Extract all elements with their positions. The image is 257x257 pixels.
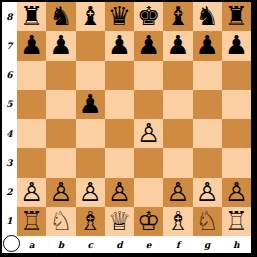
square-a7[interactable]: ♟ (17, 31, 46, 60)
square-g1[interactable]: ♘ (193, 207, 222, 236)
square-d5[interactable] (105, 90, 134, 119)
square-c1[interactable]: ♗ (76, 207, 105, 236)
square-a3[interactable] (17, 148, 46, 177)
square-a2[interactable]: ♙ (17, 178, 46, 207)
piece-black-pawn: ♟ (108, 31, 131, 60)
piece-black-pawn: ♟ (195, 31, 218, 60)
square-e2[interactable] (134, 178, 163, 207)
square-f6[interactable] (163, 61, 192, 90)
rank-label-2: 2 (2, 178, 17, 207)
square-g7[interactable]: ♟ (193, 31, 222, 60)
piece-black-king: ♚ (137, 2, 160, 31)
piece-black-pawn: ♟ (49, 31, 72, 60)
piece-black-pawn: ♟ (78, 90, 101, 119)
piece-black-rook: ♜ (225, 2, 248, 31)
square-d1[interactable]: ♕ (105, 207, 134, 236)
file-label-a: a (17, 236, 46, 253)
square-b1[interactable]: ♘ (46, 207, 75, 236)
square-h4[interactable] (222, 119, 251, 148)
rank-label-8: 8 (2, 2, 17, 31)
square-c7[interactable] (76, 31, 105, 60)
piece-black-pawn: ♟ (20, 31, 43, 60)
chess-board: 8♜♞♝♛♚♝♞♜7♟♟♟♟♟♟♟65♟4♙32♙♙♙♙♙♙♙1♖♘♗♕♔♗♘♖… (2, 2, 251, 253)
square-b7[interactable]: ♟ (46, 31, 75, 60)
piece-white-king: ♔ (137, 207, 160, 236)
piece-white-pawn: ♙ (137, 119, 160, 148)
square-b5[interactable] (46, 90, 75, 119)
square-h6[interactable] (222, 61, 251, 90)
square-g4[interactable] (193, 119, 222, 148)
square-f8[interactable]: ♝ (163, 2, 192, 31)
piece-white-rook: ♖ (20, 207, 43, 236)
piece-white-pawn: ♙ (108, 178, 131, 207)
square-d7[interactable]: ♟ (105, 31, 134, 60)
square-e6[interactable] (134, 61, 163, 90)
file-label-h: h (222, 236, 251, 253)
square-b4[interactable] (46, 119, 75, 148)
piece-black-queen: ♛ (108, 2, 131, 31)
square-h8[interactable]: ♜ (222, 2, 251, 31)
file-label-f: f (163, 236, 192, 253)
piece-white-rook: ♖ (225, 207, 248, 236)
rank-label-5: 5 (2, 90, 17, 119)
square-h3[interactable] (222, 148, 251, 177)
square-h1[interactable]: ♖ (222, 207, 251, 236)
square-c3[interactable] (76, 148, 105, 177)
square-c8[interactable]: ♝ (76, 2, 105, 31)
piece-white-pawn: ♙ (225, 178, 248, 207)
square-g8[interactable]: ♞ (193, 2, 222, 31)
piece-black-pawn: ♟ (225, 31, 248, 60)
square-a1[interactable]: ♖ (17, 207, 46, 236)
chess-diagram-frame: 8♜♞♝♛♚♝♞♜7♟♟♟♟♟♟♟65♟4♙32♙♙♙♙♙♙♙1♖♘♗♕♔♗♘♖… (0, 0, 257, 257)
square-c2[interactable]: ♙ (76, 178, 105, 207)
rank-label-4: 4 (2, 119, 17, 148)
file-label-d: d (105, 236, 134, 253)
square-d4[interactable] (105, 119, 134, 148)
white-to-move-indicator (3, 235, 20, 252)
square-c4[interactable] (76, 119, 105, 148)
square-f7[interactable]: ♟ (163, 31, 192, 60)
square-h7[interactable]: ♟ (222, 31, 251, 60)
square-f3[interactable] (163, 148, 192, 177)
square-f2[interactable]: ♙ (163, 178, 192, 207)
rank-label-3: 3 (2, 148, 17, 177)
piece-black-pawn: ♟ (166, 31, 189, 60)
piece-white-bishop: ♗ (166, 207, 189, 236)
rank-label-7: 7 (2, 31, 17, 60)
rank-label-6: 6 (2, 61, 17, 90)
square-c5[interactable]: ♟ (76, 90, 105, 119)
piece-black-pawn: ♟ (137, 31, 160, 60)
file-label-g: g (193, 236, 222, 253)
square-f5[interactable] (163, 90, 192, 119)
square-b6[interactable] (46, 61, 75, 90)
piece-white-knight: ♘ (49, 207, 72, 236)
square-g2[interactable]: ♙ (193, 178, 222, 207)
piece-white-pawn: ♙ (166, 178, 189, 207)
square-g3[interactable] (193, 148, 222, 177)
piece-white-knight: ♘ (195, 207, 218, 236)
square-h5[interactable] (222, 90, 251, 119)
piece-black-knight: ♞ (195, 2, 218, 31)
square-b8[interactable]: ♞ (46, 2, 75, 31)
square-d3[interactable] (105, 148, 134, 177)
piece-white-pawn: ♙ (20, 178, 43, 207)
square-a6[interactable] (17, 61, 46, 90)
square-a5[interactable] (17, 90, 46, 119)
square-d2[interactable]: ♙ (105, 178, 134, 207)
square-f4[interactable] (163, 119, 192, 148)
file-label-c: c (76, 236, 105, 253)
piece-black-bishop: ♝ (78, 2, 101, 31)
square-e4[interactable]: ♙ (134, 119, 163, 148)
square-b2[interactable]: ♙ (46, 178, 75, 207)
file-label-e: e (134, 236, 163, 253)
piece-black-rook: ♜ (20, 2, 43, 31)
piece-white-pawn: ♙ (49, 178, 72, 207)
square-d6[interactable] (105, 61, 134, 90)
rank-label-1: 1 (2, 207, 17, 236)
piece-white-pawn: ♙ (195, 178, 218, 207)
square-e8[interactable]: ♚ (134, 2, 163, 31)
square-a8[interactable]: ♜ (17, 2, 46, 31)
square-g5[interactable] (193, 90, 222, 119)
piece-white-pawn: ♙ (78, 178, 101, 207)
square-e7[interactable]: ♟ (134, 31, 163, 60)
square-h2[interactable]: ♙ (222, 178, 251, 207)
square-f1[interactable]: ♗ (163, 207, 192, 236)
file-label-b: b (46, 236, 75, 253)
square-a4[interactable] (17, 119, 46, 148)
square-b3[interactable] (46, 148, 75, 177)
square-e3[interactable] (134, 148, 163, 177)
square-e1[interactable]: ♔ (134, 207, 163, 236)
piece-black-bishop: ♝ (166, 2, 189, 31)
piece-white-queen: ♕ (108, 207, 131, 236)
piece-white-bishop: ♗ (78, 207, 101, 236)
piece-black-knight: ♞ (49, 2, 72, 31)
square-g6[interactable] (193, 61, 222, 90)
square-c6[interactable] (76, 61, 105, 90)
square-d8[interactable]: ♛ (105, 2, 134, 31)
square-e5[interactable] (134, 90, 163, 119)
